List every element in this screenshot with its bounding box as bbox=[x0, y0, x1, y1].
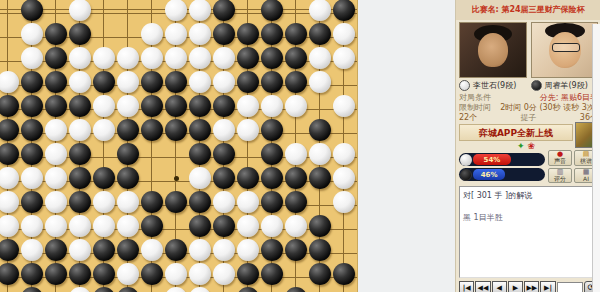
black-stone bbox=[117, 143, 139, 165]
black-stone bbox=[189, 215, 211, 237]
white-stone bbox=[237, 239, 259, 261]
black-stone bbox=[333, 263, 355, 285]
sound-button[interactable]: ● 声音 bbox=[548, 150, 572, 166]
black-stone bbox=[141, 191, 163, 213]
white-stone bbox=[237, 119, 259, 141]
black-player-photo bbox=[531, 22, 599, 78]
black-stone bbox=[165, 191, 187, 213]
white-stone bbox=[21, 47, 43, 69]
white-stone bbox=[69, 71, 91, 93]
black-stone bbox=[237, 47, 259, 69]
white-stone bbox=[141, 239, 163, 261]
white-stone bbox=[261, 95, 283, 117]
white-stone bbox=[93, 119, 115, 141]
last-move-button[interactable]: ▶| bbox=[540, 281, 555, 292]
black-stone bbox=[141, 119, 163, 141]
black-stone bbox=[285, 239, 307, 261]
flower-icon[interactable]: ❀ bbox=[527, 141, 535, 151]
white-stone bbox=[213, 263, 235, 285]
black-stone bbox=[285, 23, 307, 45]
black-stone bbox=[237, 23, 259, 45]
black-stone bbox=[141, 263, 163, 285]
black-player-name: 周睿羊(9段) bbox=[531, 80, 599, 91]
black-stone bbox=[189, 95, 211, 117]
white-stone bbox=[189, 71, 211, 93]
white-stone bbox=[141, 23, 163, 45]
black-stone bbox=[93, 71, 115, 93]
white-stone bbox=[285, 143, 307, 165]
black-stone bbox=[141, 95, 163, 117]
white-stone bbox=[141, 47, 163, 69]
white-stone bbox=[21, 239, 43, 261]
white-stone bbox=[93, 215, 115, 237]
black-stone bbox=[93, 263, 115, 285]
black-stone bbox=[45, 239, 67, 261]
white-stone bbox=[237, 95, 259, 117]
go-board[interactable] bbox=[0, 0, 358, 292]
black-stone bbox=[237, 263, 259, 285]
white-stone bbox=[237, 191, 259, 213]
glasses-icon bbox=[552, 43, 580, 52]
black-stone bbox=[261, 119, 283, 141]
black-stone bbox=[21, 191, 43, 213]
white-stone bbox=[165, 23, 187, 45]
black-stone bbox=[117, 119, 139, 141]
black-stone bbox=[309, 239, 331, 261]
white-stone bbox=[45, 167, 67, 189]
white-stone bbox=[165, 47, 187, 69]
black-stone bbox=[237, 71, 259, 93]
forward-10-button[interactable]: ▶▶ bbox=[524, 281, 539, 292]
white-stone bbox=[117, 95, 139, 117]
black-stone bbox=[45, 23, 67, 45]
black-stone bbox=[93, 167, 115, 189]
white-stone bbox=[21, 23, 43, 45]
black-stone bbox=[237, 167, 259, 189]
black-stone bbox=[213, 143, 235, 165]
black-stone bbox=[165, 119, 187, 141]
back-1-button[interactable]: ◀ bbox=[492, 281, 507, 292]
white-stone bbox=[117, 71, 139, 93]
black-stone-icon bbox=[460, 169, 472, 181]
commentary-panel[interactable]: 对[ 301 手 ]的解说 黑 1目半胜 bbox=[459, 186, 595, 278]
black-stone bbox=[21, 119, 43, 141]
white-stone bbox=[117, 47, 139, 69]
white-stone bbox=[45, 215, 67, 237]
white-stone bbox=[189, 0, 211, 21]
white-stone-icon bbox=[460, 154, 472, 166]
black-stone bbox=[21, 0, 43, 21]
black-stone bbox=[309, 167, 331, 189]
black-stone bbox=[69, 23, 91, 45]
score-button[interactable]: ▥ 评分 bbox=[548, 168, 572, 184]
side-button-grid: ● 声音 ▤ 棋谱 ▥ 评分 ▦ AI bbox=[548, 150, 598, 183]
match-title: 比赛名: 第24届三星财产保险杯 bbox=[456, 0, 600, 20]
white-stone bbox=[213, 71, 235, 93]
black-stone bbox=[21, 95, 43, 117]
white-stone bbox=[333, 167, 355, 189]
white-stone bbox=[165, 263, 187, 285]
white-stone bbox=[189, 167, 211, 189]
black-stone-icon bbox=[531, 80, 542, 91]
black-stone bbox=[45, 263, 67, 285]
black-stone bbox=[261, 23, 283, 45]
star-point bbox=[174, 176, 179, 181]
black-stone bbox=[261, 239, 283, 261]
conditions-row: 对局条件 分先: 黑贴6目半 bbox=[459, 93, 598, 103]
player-names: 李世石(9段) 周睿羊(9段) bbox=[459, 80, 598, 91]
time-rule-row: 限制时间 2时间 0分 (30秒 读秒 3次) bbox=[459, 103, 598, 113]
black-stone bbox=[21, 143, 43, 165]
white-stone bbox=[189, 23, 211, 45]
white-stone bbox=[309, 143, 331, 165]
white-stone bbox=[165, 0, 187, 21]
white-stone bbox=[93, 191, 115, 213]
black-stone bbox=[141, 215, 163, 237]
black-stone bbox=[213, 167, 235, 189]
white-stone bbox=[309, 47, 331, 69]
white-stone bbox=[189, 263, 211, 285]
white-winrate-bar: 54% bbox=[459, 153, 545, 166]
white-stone bbox=[285, 95, 307, 117]
white-stone bbox=[333, 47, 355, 69]
black-stone bbox=[69, 263, 91, 285]
black-winrate-bar: 46% bbox=[459, 168, 545, 181]
black-stone bbox=[309, 119, 331, 141]
white-stone bbox=[261, 215, 283, 237]
black-stone bbox=[93, 239, 115, 261]
player-photos bbox=[459, 22, 598, 78]
black-stone bbox=[45, 71, 67, 93]
black-stone bbox=[309, 215, 331, 237]
black-stone bbox=[165, 95, 187, 117]
black-stone bbox=[261, 143, 283, 165]
first-move-button[interactable]: |◀ bbox=[459, 281, 474, 292]
black-stone bbox=[69, 191, 91, 213]
white-stone bbox=[45, 191, 67, 213]
black-stone bbox=[261, 0, 283, 21]
black-stone bbox=[45, 47, 67, 69]
game-sidebar: 比赛名: 第24届三星财产保险杯 李世石(9段) 周睿羊(9段) 对局条件 分先… bbox=[455, 0, 600, 292]
black-stone bbox=[21, 263, 43, 285]
white-stone bbox=[117, 191, 139, 213]
white-stone-icon bbox=[459, 80, 470, 91]
white-stone bbox=[309, 71, 331, 93]
white-stone bbox=[93, 95, 115, 117]
sparkle-icon[interactable]: ✦ bbox=[517, 141, 525, 151]
white-stone bbox=[333, 191, 355, 213]
white-stone bbox=[93, 47, 115, 69]
white-stone bbox=[309, 0, 331, 21]
black-stone bbox=[189, 143, 211, 165]
white-stone bbox=[213, 239, 235, 261]
white-stone bbox=[69, 239, 91, 261]
white-stone bbox=[69, 47, 91, 69]
white-stone bbox=[21, 215, 43, 237]
black-stone bbox=[285, 71, 307, 93]
back-10-button[interactable]: ◀◀ bbox=[475, 281, 490, 292]
black-stone bbox=[285, 47, 307, 69]
white-stone bbox=[117, 263, 139, 285]
white-stone bbox=[45, 143, 67, 165]
game-info: 对局条件 分先: 黑贴6目半 限制时间 2时间 0分 (30秒 读秒 3次) 2… bbox=[459, 93, 598, 123]
black-stone bbox=[333, 0, 355, 21]
white-stone bbox=[117, 215, 139, 237]
black-stone bbox=[309, 263, 331, 285]
black-stone bbox=[213, 23, 235, 45]
white-stone bbox=[285, 215, 307, 237]
white-player-photo bbox=[459, 22, 527, 78]
white-stone bbox=[333, 143, 355, 165]
white-stone bbox=[69, 215, 91, 237]
white-stone bbox=[213, 191, 235, 213]
black-stone bbox=[261, 167, 283, 189]
sidebar-scrollbar[interactable] bbox=[592, 24, 600, 292]
black-stone bbox=[117, 239, 139, 261]
black-stone bbox=[69, 167, 91, 189]
white-stone bbox=[333, 95, 355, 117]
white-stone bbox=[333, 23, 355, 45]
white-stone bbox=[213, 119, 235, 141]
black-stone bbox=[213, 95, 235, 117]
black-stone bbox=[213, 0, 235, 21]
white-stone bbox=[69, 0, 91, 21]
black-winrate-value: 46% bbox=[473, 169, 505, 180]
white-stone bbox=[21, 167, 43, 189]
white-stone bbox=[69, 119, 91, 141]
black-stone bbox=[213, 215, 235, 237]
black-stone bbox=[261, 71, 283, 93]
commentary-move-line: 对[ 301 手 ]的解说 bbox=[463, 190, 591, 201]
black-stone bbox=[285, 167, 307, 189]
white-winrate-value: 54% bbox=[473, 154, 511, 165]
move-number-input[interactable] bbox=[557, 282, 583, 292]
app-banner[interactable]: 弈城APP全新上线 bbox=[459, 124, 573, 141]
white-stone bbox=[237, 215, 259, 237]
black-stone bbox=[261, 47, 283, 69]
black-stone bbox=[261, 191, 283, 213]
black-stone bbox=[69, 143, 91, 165]
black-stone bbox=[165, 71, 187, 93]
white-stone bbox=[45, 119, 67, 141]
move-nav-toolbar: |◀ ◀◀ ◀ ▶ ▶▶ ▶| ⟳ bbox=[459, 281, 598, 292]
black-stone bbox=[141, 71, 163, 93]
white-player-name: 李世石(9段) bbox=[459, 80, 527, 91]
white-stone bbox=[213, 47, 235, 69]
black-stone bbox=[261, 263, 283, 285]
black-stone bbox=[21, 71, 43, 93]
black-stone bbox=[309, 23, 331, 45]
black-stone bbox=[69, 95, 91, 117]
forward-1-button[interactable]: ▶ bbox=[508, 281, 523, 292]
black-stone bbox=[189, 119, 211, 141]
black-stone bbox=[165, 239, 187, 261]
black-stone bbox=[117, 167, 139, 189]
photo-face bbox=[478, 33, 508, 67]
white-stone bbox=[189, 47, 211, 69]
black-stone bbox=[189, 191, 211, 213]
commentary-result-line: 黑 1目半胜 bbox=[463, 212, 591, 223]
black-stone bbox=[45, 95, 67, 117]
white-stone bbox=[189, 239, 211, 261]
black-stone bbox=[285, 191, 307, 213]
